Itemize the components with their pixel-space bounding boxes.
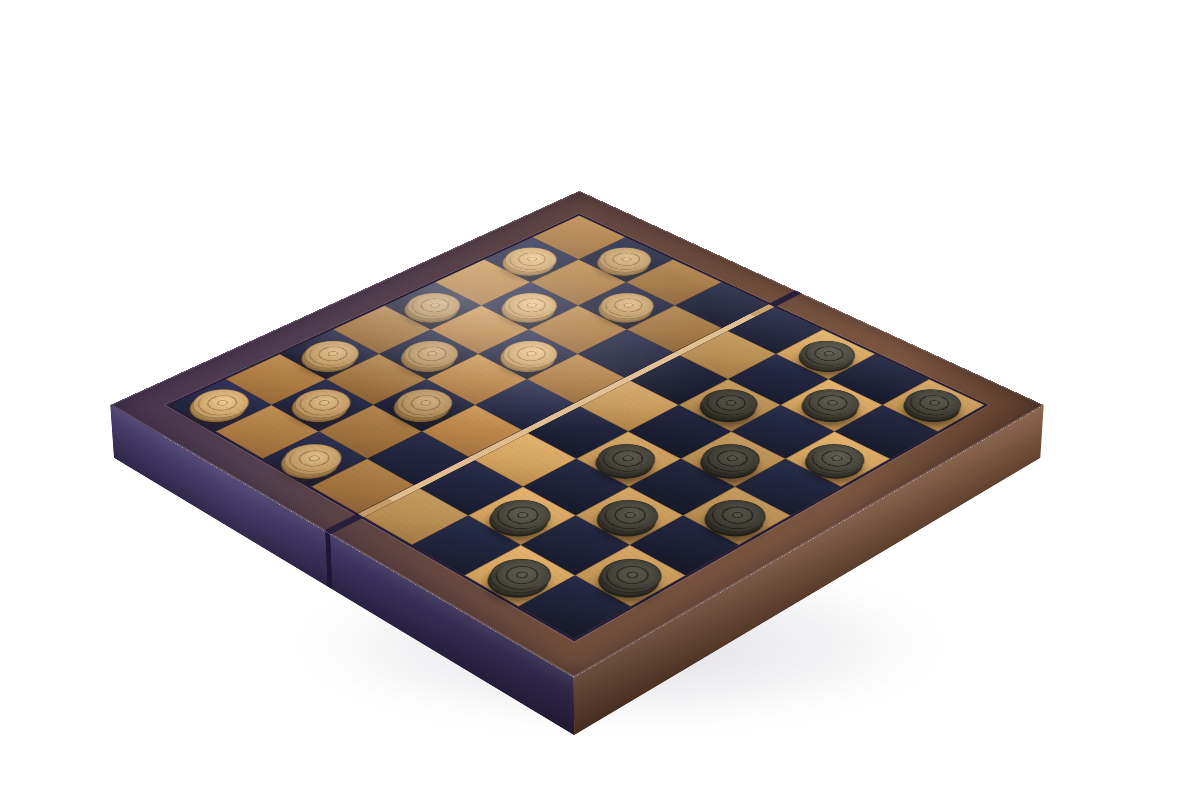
board-square-r7f6[interactable] xyxy=(731,405,834,459)
board-frame xyxy=(110,191,1043,678)
checker-piece-light[interactable] xyxy=(385,383,464,424)
board-square-r3f2[interactable] xyxy=(319,405,422,459)
board-square-r6f5[interactable] xyxy=(628,405,731,459)
checker-piece-light[interactable] xyxy=(272,438,353,481)
board-square-r7f7[interactable] xyxy=(781,379,883,431)
board-square-r6f8[interactable] xyxy=(776,329,875,379)
board-square-r1f3[interactable] xyxy=(280,329,379,379)
checker-piece-dark[interactable] xyxy=(795,438,876,481)
games-box xyxy=(110,191,1043,678)
board-square-r7f8[interactable] xyxy=(829,354,930,405)
board-square-r1f5[interactable] xyxy=(385,282,482,329)
board-square-r3f3[interactable] xyxy=(373,379,475,431)
board-square-r5f3[interactable] xyxy=(472,432,577,487)
fold-gap xyxy=(325,531,332,589)
photo-stage xyxy=(0,0,1200,793)
board-square-r6f1[interactable] xyxy=(412,515,521,575)
board-square-r8f1[interactable] xyxy=(519,575,631,638)
checker-piece-dark[interactable] xyxy=(690,438,771,481)
board-square-r2f1[interactable] xyxy=(216,405,319,459)
board-tilt xyxy=(214,249,935,591)
board-square-r8f4[interactable] xyxy=(683,487,790,545)
board-square-r4f4[interactable] xyxy=(475,379,577,431)
board-square-r3f1[interactable] xyxy=(263,432,368,487)
board-square-r1f2[interactable] xyxy=(226,354,327,405)
board-square-r8f8[interactable] xyxy=(882,379,984,431)
board-square-r5f4[interactable] xyxy=(525,405,628,459)
scene xyxy=(0,0,1200,793)
board-square-r5f8[interactable] xyxy=(725,306,823,354)
checker-piece-dark[interactable] xyxy=(894,383,973,424)
checker-piece-dark[interactable] xyxy=(586,438,667,481)
board-square-r1f1[interactable] xyxy=(170,379,272,431)
board-square-r4f3[interactable] xyxy=(422,405,525,459)
board-grid xyxy=(170,216,985,639)
